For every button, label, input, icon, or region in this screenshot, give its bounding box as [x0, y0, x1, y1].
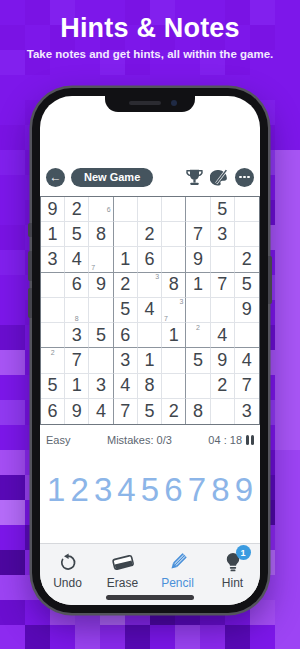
pause-icon[interactable]	[246, 435, 254, 445]
sudoku-cell-r6c1[interactable]	[41, 323, 65, 348]
undo-label: Undo	[53, 576, 82, 590]
sudoku-cell-r3c1[interactable]: 3	[41, 247, 65, 272]
sudoku-cell-r6c9[interactable]	[235, 323, 259, 348]
sudoku-cell-r7c7[interactable]: 5	[186, 348, 210, 373]
sudoku-cell-r2c9[interactable]	[235, 222, 259, 247]
sudoku-cell-r4c9[interactable]: 5	[235, 273, 259, 298]
palette-icon[interactable]	[210, 169, 229, 186]
sudoku-cell-r6c3[interactable]: 5	[89, 323, 113, 348]
sudoku-cell-r1c6[interactable]	[162, 197, 186, 222]
power-button	[268, 256, 272, 304]
sudoku-cell-r1c3[interactable]: 6	[89, 197, 113, 222]
sudoku-cell-r7c3[interactable]	[89, 348, 113, 373]
volume-down-button	[28, 288, 32, 318]
sudoku-cell-r7c1[interactable]: 2	[41, 348, 65, 373]
pencil-note: 8	[73, 314, 81, 322]
sudoku-cell-r5c2[interactable]: 8	[65, 298, 89, 323]
app-screen: ← New Game	[40, 96, 260, 605]
speaker-slot	[129, 101, 161, 105]
sudoku-cell-r4c4[interactable]: 2	[114, 273, 138, 298]
pencil-note: 2	[49, 348, 57, 356]
sudoku-cell-r4c6[interactable]: 8	[162, 273, 186, 298]
sudoku-cell-r9c7[interactable]: 8	[186, 399, 210, 424]
sudoku-cell-r5c6[interactable]: 37	[162, 298, 186, 323]
sudoku-cell-r2c7[interactable]: 7	[186, 222, 210, 247]
sudoku-cell-r8c1[interactable]: 5	[41, 374, 65, 399]
sudoku-cell-r4c3[interactable]: 9	[89, 273, 113, 298]
front-camera	[171, 100, 177, 106]
sudoku-cell-r3c8[interactable]	[211, 247, 235, 272]
numpad-3[interactable]: 3	[94, 468, 112, 512]
sudoku-cell-r8c4[interactable]: 4	[114, 374, 138, 399]
numpad-6[interactable]: 6	[164, 468, 182, 512]
hint-button[interactable]: 1 Hint	[210, 551, 256, 590]
undo-button[interactable]: Undo	[45, 551, 91, 590]
pencil-note: 6	[105, 205, 113, 213]
sudoku-cell-r1c9[interactable]	[235, 197, 259, 222]
sudoku-cell-r2c5[interactable]: 2	[138, 222, 162, 247]
sudoku-cell-r1c1[interactable]: 9	[41, 197, 65, 222]
pencil-note: 7	[162, 314, 170, 322]
marketing-header: Hints & Notes Take notes and get hints, …	[0, 0, 300, 60]
arrow-left-icon: ←	[50, 170, 62, 184]
hint-label: Hint	[222, 576, 243, 590]
numpad-8[interactable]: 8	[211, 468, 229, 512]
sudoku-cell-r5c9[interactable]: 9	[235, 298, 259, 323]
sudoku-cell-r1c5[interactable]	[138, 197, 162, 222]
sudoku-cell-r8c8[interactable]: 2	[211, 374, 235, 399]
pencil-note: 7	[89, 264, 97, 272]
pencil-icon	[167, 551, 189, 573]
sudoku-cell-r6c7[interactable]: 2	[186, 323, 210, 348]
sudoku-cell-r9c5[interactable]: 5	[138, 399, 162, 424]
sudoku-cell-r8c9[interactable]: 7	[235, 374, 259, 399]
sudoku-cell-r1c7[interactable]	[186, 197, 210, 222]
more-options-icon[interactable]	[235, 168, 254, 187]
sudoku-cell-r2c8[interactable]: 3	[211, 222, 235, 247]
trophy-icon[interactable]	[185, 168, 204, 186]
pencil-note: 2	[194, 323, 202, 331]
status-bar: Easy Mistakes: 0/3 04 : 18	[40, 432, 260, 448]
sudoku-cell-r7c6[interactable]	[162, 348, 186, 373]
pencil-label: Pencil	[161, 576, 194, 590]
sudoku-cell-r4c1[interactable]	[41, 273, 65, 298]
erase-button[interactable]: Erase	[100, 551, 146, 590]
sudoku-cell-r4c2[interactable]: 6	[65, 273, 89, 298]
sudoku-board: 9265158273347169269238175854379356124273…	[40, 196, 260, 425]
difficulty-label: Easy	[46, 434, 70, 446]
new-game-label: New Game	[84, 171, 140, 183]
numpad-5[interactable]: 5	[141, 468, 159, 512]
sudoku-cell-r3c7[interactable]: 9	[186, 247, 210, 272]
volume-up-button	[28, 251, 32, 281]
timer-label: 04 : 18	[208, 434, 242, 446]
sudoku-cell-r2c2[interactable]: 5	[65, 222, 89, 247]
sudoku-cell-r2c4[interactable]	[114, 222, 138, 247]
game-top-bar: ← New Game	[40, 166, 260, 188]
sudoku-cell-r5c7[interactable]	[186, 298, 210, 323]
numpad-2[interactable]: 2	[70, 468, 88, 512]
sudoku-cell-r5c1[interactable]	[41, 298, 65, 323]
sudoku-cell-r7c9[interactable]: 4	[235, 348, 259, 373]
pencil-note: 3	[153, 273, 161, 281]
sudoku-cell-r9c6[interactable]: 2	[162, 399, 186, 424]
sudoku-cell-r4c5[interactable]: 3	[138, 273, 162, 298]
sudoku-cell-r9c3[interactable]: 4	[89, 399, 113, 424]
sudoku-cell-r9c9[interactable]: 3	[235, 399, 259, 424]
undo-arrow-icon	[58, 551, 78, 573]
numpad-9[interactable]: 9	[235, 468, 253, 512]
pencil-button[interactable]: Pencil	[155, 551, 201, 590]
erase-label: Erase	[107, 576, 138, 590]
lightbulb-icon: 1	[225, 551, 241, 573]
eraser-icon	[111, 551, 135, 573]
sudoku-cell-r1c2[interactable]: 2	[65, 197, 89, 222]
sudoku-cell-r6c2[interactable]: 3	[65, 323, 89, 348]
sudoku-cell-r7c2[interactable]: 7	[65, 348, 89, 373]
sudoku-cell-r3c2[interactable]: 4	[65, 247, 89, 272]
sudoku-cell-r5c5[interactable]: 4	[138, 298, 162, 323]
numpad-7[interactable]: 7	[188, 468, 206, 512]
sudoku-cell-r4c8[interactable]: 7	[211, 273, 235, 298]
sudoku-cell-r3c6[interactable]	[162, 247, 186, 272]
sudoku-cell-r9c4[interactable]: 7	[114, 399, 138, 424]
sudoku-cell-r3c3[interactable]: 7	[89, 247, 113, 272]
sudoku-cell-r6c4[interactable]: 6	[114, 323, 138, 348]
sudoku-cell-r5c4[interactable]: 5	[114, 298, 138, 323]
sudoku-cell-r9c2[interactable]: 9	[65, 399, 89, 424]
sudoku-cell-r5c8[interactable]	[211, 298, 235, 323]
mute-switch	[28, 223, 32, 237]
sudoku-cell-r9c1[interactable]: 6	[41, 399, 65, 424]
sudoku-cell-r8c2[interactable]: 1	[65, 374, 89, 399]
sudoku-cell-r3c5[interactable]: 6	[138, 247, 162, 272]
hint-count-badge: 1	[236, 545, 251, 560]
pencil-note: 3	[178, 298, 186, 306]
sudoku-cell-r3c4[interactable]: 1	[114, 247, 138, 272]
new-game-button[interactable]: New Game	[71, 168, 153, 187]
sudoku-cell-r2c1[interactable]: 1	[41, 222, 65, 247]
sudoku-cell-r5c3[interactable]	[89, 298, 113, 323]
sudoku-cell-r2c6[interactable]	[162, 222, 186, 247]
sudoku-cell-r1c8[interactable]: 5	[211, 197, 235, 222]
sudoku-cell-r9c8[interactable]	[211, 399, 235, 424]
phone-notch	[105, 96, 195, 112]
sudoku-cell-r3c9[interactable]: 2	[235, 247, 259, 272]
mistakes-label: Mistakes: 0/3	[70, 434, 208, 446]
sudoku-cell-r8c7[interactable]	[186, 374, 210, 399]
page-subtitle: Take notes and get hints, all within the…	[0, 48, 300, 60]
sudoku-cell-r4c7[interactable]: 1	[186, 273, 210, 298]
sudoku-cell-r2c3[interactable]: 8	[89, 222, 113, 247]
sudoku-cell-r7c8[interactable]: 9	[211, 348, 235, 373]
sudoku-cell-r7c5[interactable]: 1	[138, 348, 162, 373]
page-title: Hints & Notes	[0, 13, 300, 44]
sudoku-cell-r7c4[interactable]: 3	[114, 348, 138, 373]
sudoku-cell-r6c6[interactable]: 1	[162, 323, 186, 348]
sudoku-cell-r8c6[interactable]	[162, 374, 186, 399]
sudoku-cell-r1c4[interactable]	[114, 197, 138, 222]
phone-frame: ← New Game	[32, 88, 268, 613]
sudoku-cell-r6c8[interactable]: 4	[211, 323, 235, 348]
sudoku-cell-r8c3[interactable]: 3	[89, 374, 113, 399]
sudoku-cell-r8c5[interactable]: 8	[138, 374, 162, 399]
numpad-4[interactable]: 4	[117, 468, 135, 512]
home-indicator[interactable]	[106, 595, 194, 600]
number-pad: 123456789	[40, 468, 260, 512]
sudoku-cell-r6c5[interactable]	[138, 323, 162, 348]
back-button[interactable]: ←	[46, 168, 65, 187]
numpad-1[interactable]: 1	[47, 468, 65, 512]
